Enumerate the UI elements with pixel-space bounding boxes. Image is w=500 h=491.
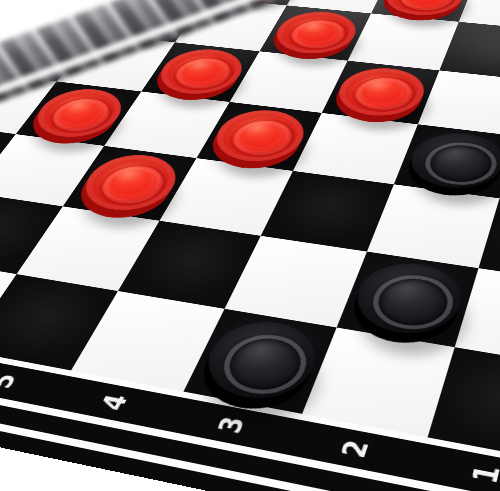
piece-ring-detail [89, 161, 176, 210]
checkers-board-photo: 87654321 [0, 0, 500, 491]
